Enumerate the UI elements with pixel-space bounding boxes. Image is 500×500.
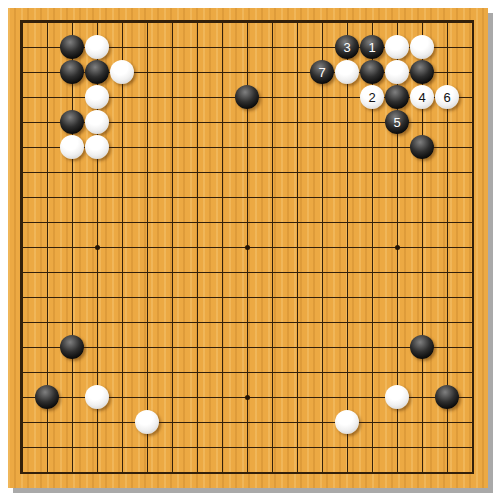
move-number-label: 2 [368, 91, 375, 104]
white-stone[interactable] [60, 135, 84, 159]
black-stone[interactable] [60, 60, 84, 84]
move-number-label: 5 [393, 116, 400, 129]
black-stone[interactable]: 7 [310, 60, 334, 84]
grid-line-horizontal [22, 472, 473, 473]
go-board[interactable]: 3172465 [8, 8, 488, 488]
grid-line-vertical [347, 22, 348, 473]
black-stone[interactable] [60, 35, 84, 59]
white-stone[interactable]: 2 [360, 85, 384, 109]
white-stone[interactable] [410, 35, 434, 59]
move-number-label: 6 [443, 91, 450, 104]
white-stone[interactable] [85, 35, 109, 59]
grid-line-horizontal [22, 272, 473, 273]
black-stone[interactable]: 3 [335, 35, 359, 59]
grid-line-vertical [272, 22, 273, 473]
white-stone[interactable]: 6 [435, 85, 459, 109]
white-stone[interactable] [385, 385, 409, 409]
move-number-label: 1 [368, 41, 375, 54]
black-stone[interactable] [35, 385, 59, 409]
white-stone[interactable] [135, 410, 159, 434]
white-stone[interactable]: 4 [410, 85, 434, 109]
black-stone[interactable] [410, 135, 434, 159]
black-stone[interactable]: 1 [360, 35, 384, 59]
star-point [245, 245, 250, 250]
grid-line-vertical [322, 22, 323, 473]
move-number-label: 7 [318, 66, 325, 79]
move-number-label: 3 [343, 41, 350, 54]
white-stone[interactable] [385, 35, 409, 59]
black-stone[interactable] [360, 60, 384, 84]
white-stone[interactable] [335, 60, 359, 84]
black-stone[interactable] [410, 60, 434, 84]
white-stone[interactable] [335, 410, 359, 434]
grid-line-horizontal [22, 447, 473, 448]
black-stone[interactable] [385, 85, 409, 109]
white-stone[interactable] [85, 85, 109, 109]
grid-line-vertical [472, 22, 473, 473]
white-stone[interactable] [385, 60, 409, 84]
grid-line-horizontal [22, 372, 473, 373]
black-stone[interactable] [85, 60, 109, 84]
grid-line-horizontal [22, 297, 473, 298]
black-stone[interactable] [410, 335, 434, 359]
black-stone[interactable] [60, 335, 84, 359]
white-stone[interactable] [85, 385, 109, 409]
grid-line-horizontal [22, 322, 473, 323]
grid-line-vertical [297, 22, 298, 473]
star-point [95, 245, 100, 250]
grid-line-horizontal [22, 422, 473, 423]
black-stone[interactable] [435, 385, 459, 409]
white-stone[interactable] [85, 135, 109, 159]
black-stone[interactable]: 5 [385, 110, 409, 134]
white-stone[interactable] [110, 60, 134, 84]
black-stone[interactable] [235, 85, 259, 109]
move-number-label: 4 [418, 91, 425, 104]
grid-line-horizontal [22, 347, 473, 348]
black-stone[interactable] [60, 110, 84, 134]
white-stone[interactable] [85, 110, 109, 134]
star-point [395, 245, 400, 250]
star-point [245, 395, 250, 400]
